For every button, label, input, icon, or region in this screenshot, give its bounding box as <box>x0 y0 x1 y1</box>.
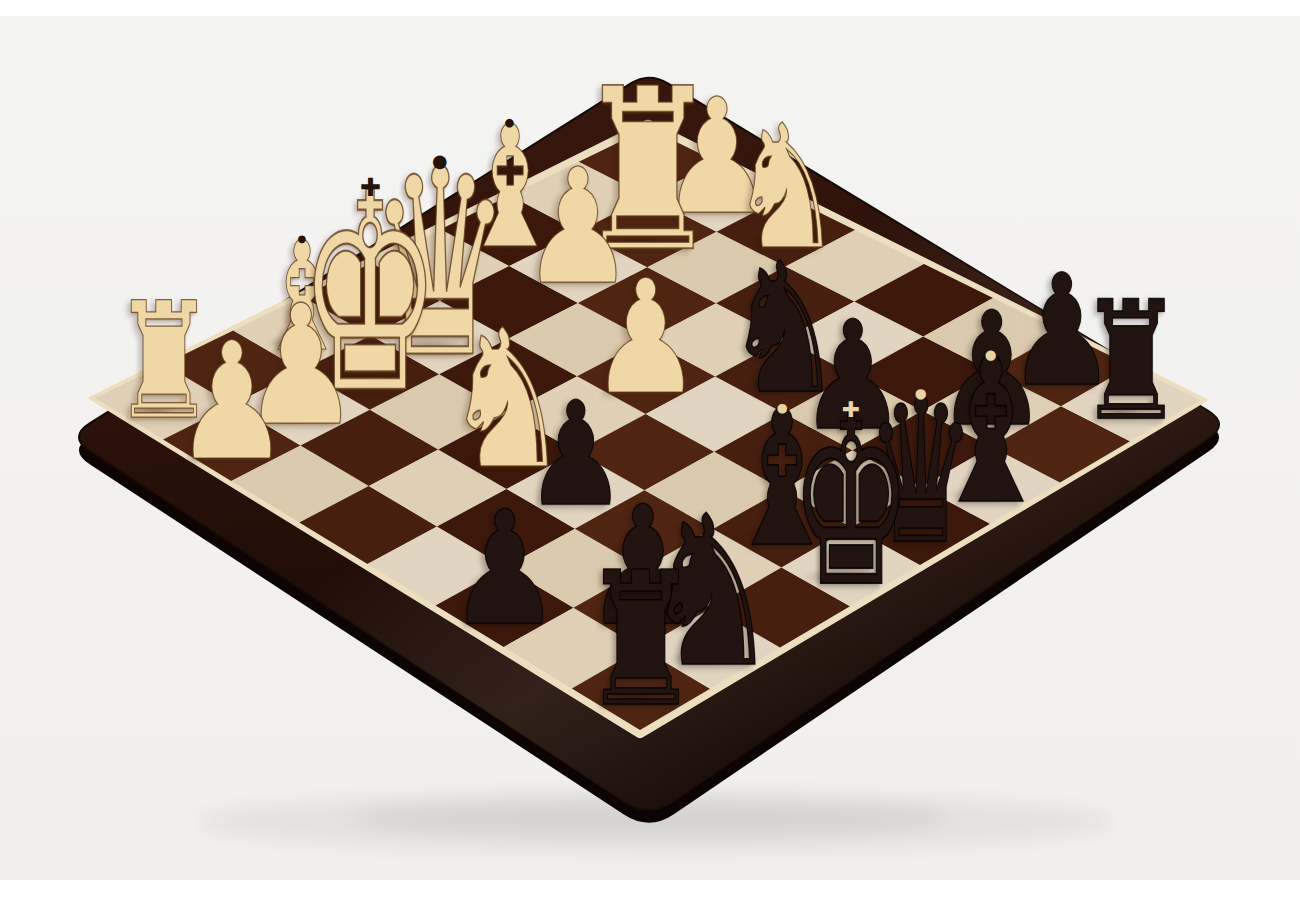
piece-black-king-e8[interactable]: ♚ <box>790 384 912 619</box>
piece-white-pawn-h2[interactable]: ♟ <box>174 321 290 483</box>
piece-black-rook-h8[interactable]: ♜ <box>581 548 700 733</box>
chessboard-product-photo: ♟♝●♞♜♟♝●♛●♟♚✚♞♟♜♜♟♟♟♟♞♝●♟♛●♝●♚✚♟♟♞♜ <box>0 0 1300 900</box>
piece-black-rook-a8[interactable]: ♜ <box>1078 280 1184 444</box>
bottom-margin-band <box>0 880 1300 900</box>
piece-black-pawn-h6[interactable]: ♟ <box>448 489 561 646</box>
